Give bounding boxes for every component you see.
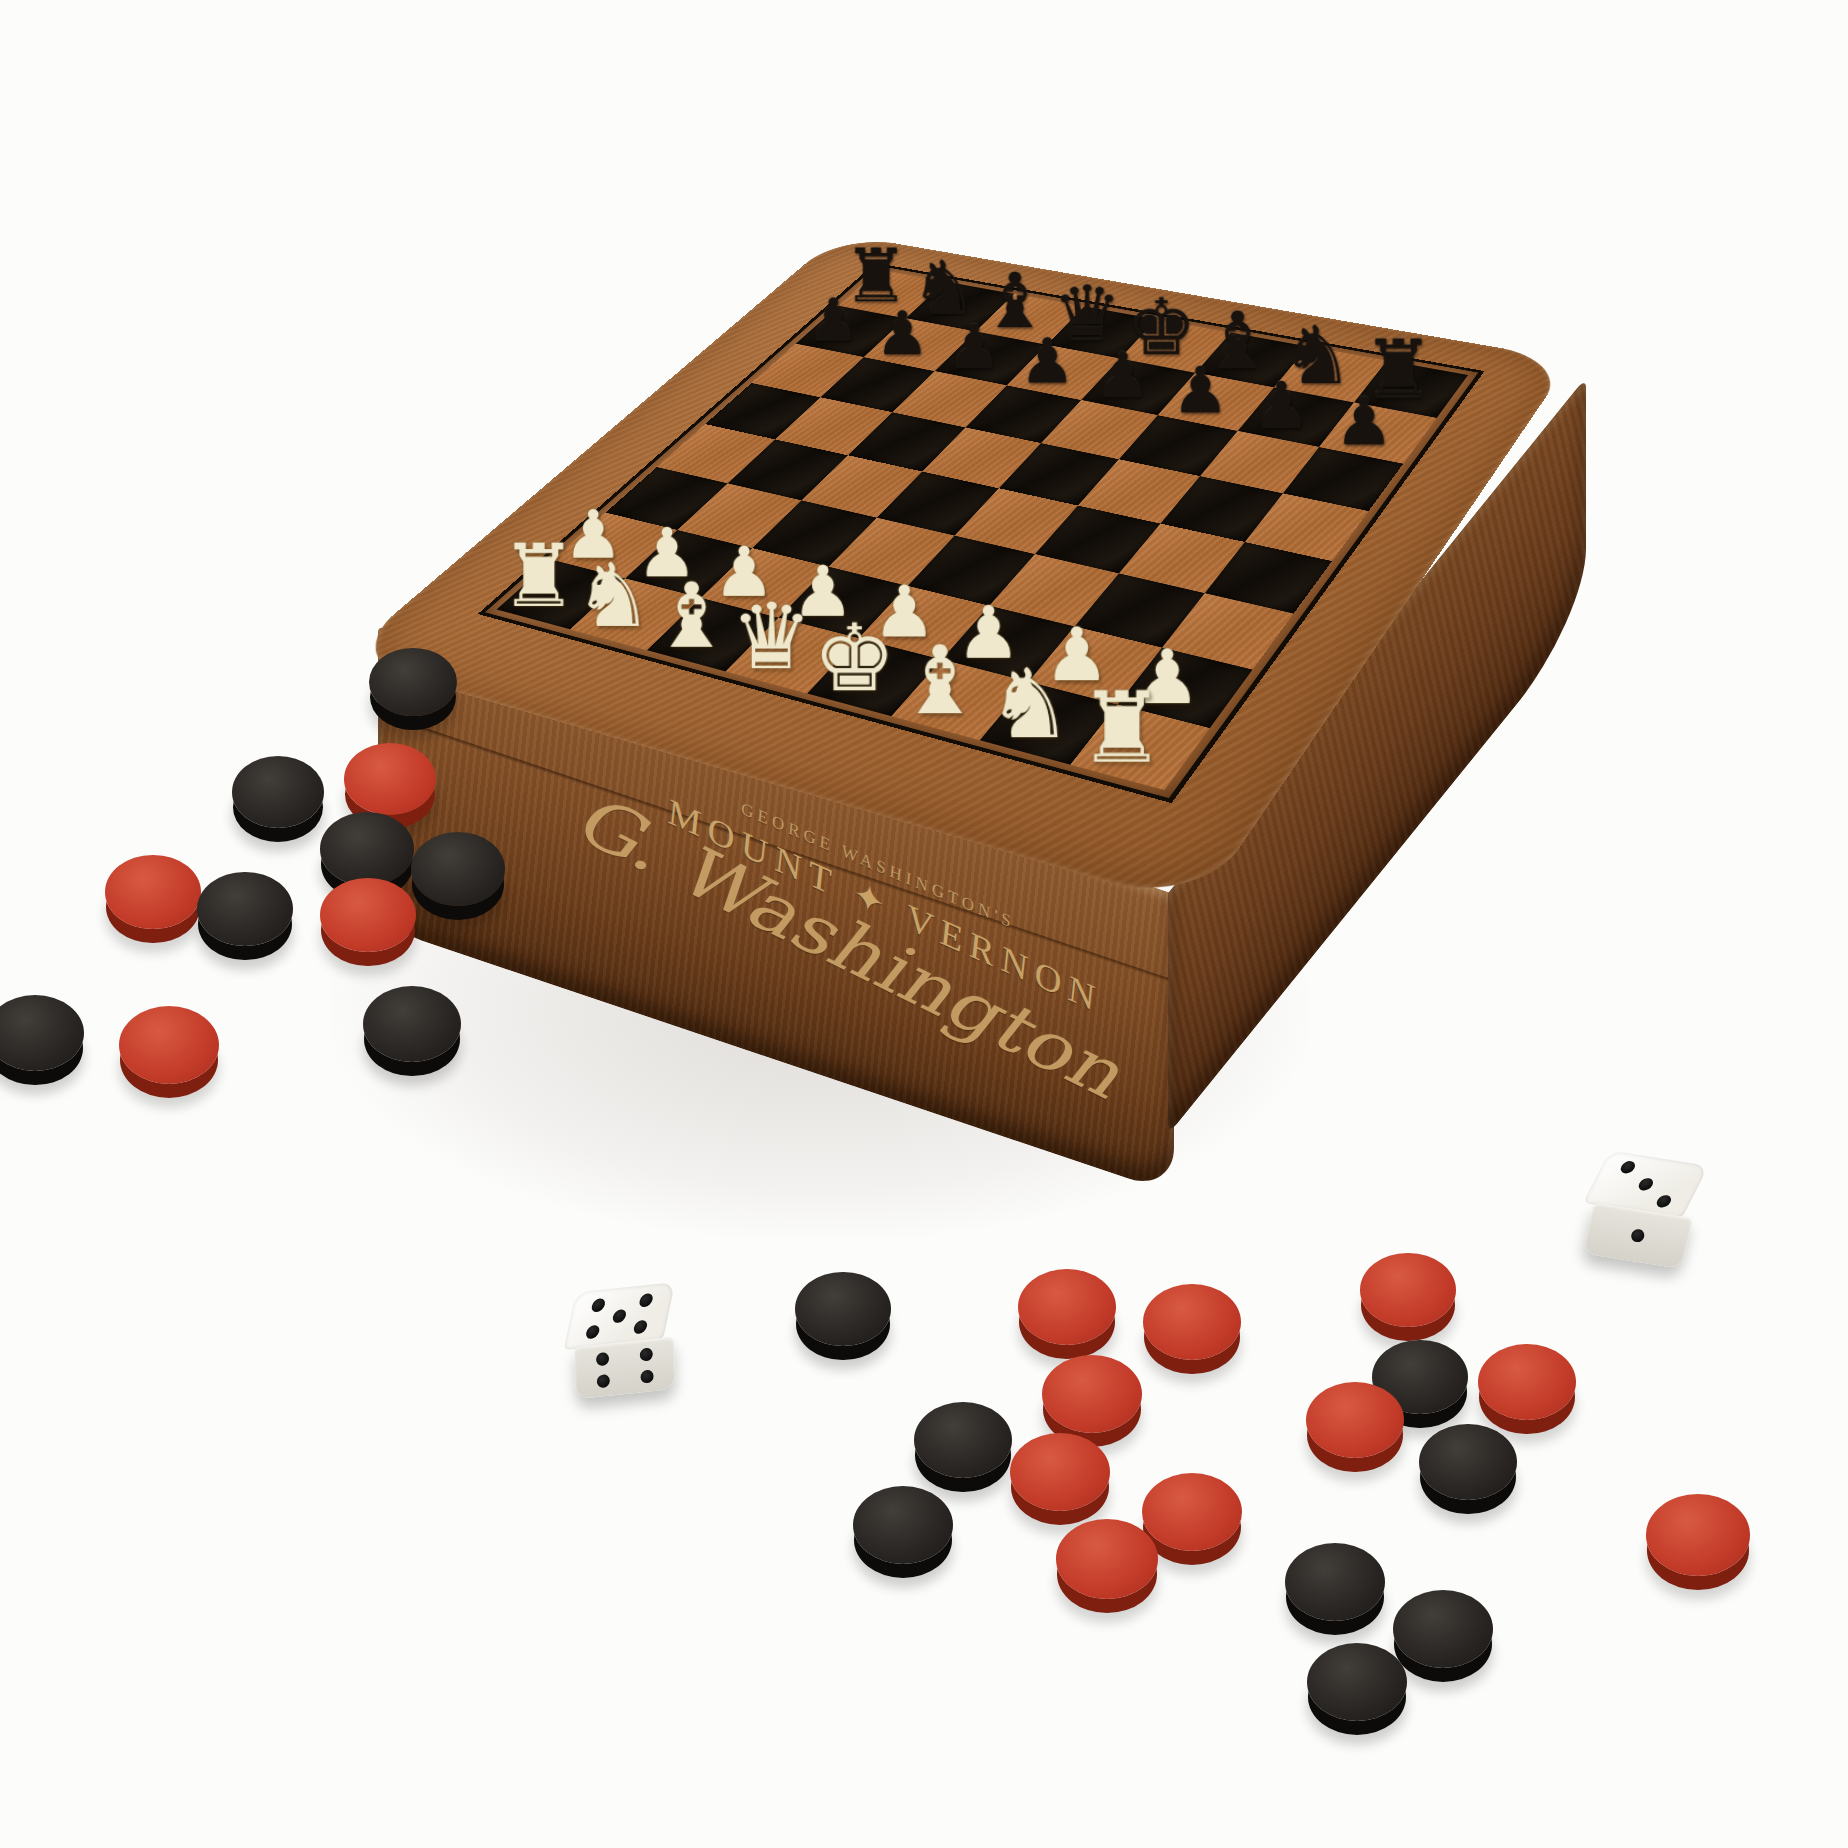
checker-red[interactable]	[320, 878, 416, 953]
die-pip	[1618, 1160, 1637, 1174]
checker-black[interactable]	[369, 648, 457, 717]
piece-black-pawn-g7[interactable]: ♟	[1237, 374, 1326, 439]
die-1-showing-5-4[interactable]	[567, 1283, 678, 1399]
checker-black[interactable]	[363, 986, 461, 1062]
checker-black[interactable]	[232, 756, 324, 828]
checker-red[interactable]	[119, 1006, 219, 1084]
checker-red[interactable]	[1010, 1433, 1110, 1511]
die-pip	[596, 1351, 609, 1365]
piece-white-rook-h1[interactable]: ♜	[1069, 679, 1174, 777]
die-pip	[612, 1309, 628, 1324]
piece-white-knight-g1[interactable]: ♞	[978, 656, 1082, 752]
checker-red[interactable]	[1143, 1284, 1241, 1360]
checker-black[interactable]	[1285, 1543, 1385, 1621]
piece-black-pawn-f7[interactable]: ♟	[1157, 359, 1244, 423]
checker-black[interactable]	[1393, 1590, 1493, 1668]
checker-black[interactable]	[1419, 1424, 1517, 1500]
die-face-4	[574, 1337, 675, 1400]
checker-black[interactable]	[853, 1486, 953, 1564]
piece-black-pawn-e7[interactable]: ♟	[1080, 345, 1166, 408]
die-pip	[640, 1370, 653, 1384]
checker-red[interactable]	[105, 855, 201, 930]
checker-red[interactable]	[1360, 1253, 1456, 1328]
checker-black[interactable]	[0, 995, 84, 1071]
checker-black[interactable]	[411, 832, 505, 905]
checker-black[interactable]	[914, 1402, 1012, 1478]
piece-black-pawn-d7[interactable]: ♟	[1005, 331, 1090, 393]
checker-red[interactable]	[1646, 1494, 1750, 1575]
piece-black-pawn-c7[interactable]: ♟	[932, 317, 1015, 378]
piece-black-pawn-h7[interactable]: ♟	[1319, 389, 1409, 455]
die-2-showing-3-1[interactable]	[1584, 1149, 1699, 1269]
die-pip	[1630, 1228, 1646, 1243]
checker-red[interactable]	[1018, 1269, 1116, 1345]
checker-red[interactable]	[344, 743, 436, 815]
checker-black[interactable]	[197, 872, 293, 947]
die-pip	[585, 1325, 601, 1340]
checker-red[interactable]	[1478, 1344, 1576, 1420]
die-pip	[597, 1374, 610, 1388]
die-pip	[632, 1320, 648, 1335]
die-pip	[638, 1292, 654, 1307]
checker-red[interactable]	[1056, 1519, 1158, 1599]
checker-black[interactable]	[1307, 1643, 1407, 1721]
checker-red[interactable]	[1306, 1382, 1404, 1458]
die-pip	[640, 1347, 653, 1361]
checker-black[interactable]	[795, 1272, 891, 1347]
checker-red[interactable]	[1042, 1355, 1142, 1433]
die-pip	[591, 1297, 607, 1312]
checker-black[interactable]	[320, 812, 414, 885]
piece-white-bishop-f1[interactable]: ♝	[889, 633, 991, 728]
checker-red[interactable]	[1142, 1473, 1242, 1551]
die-pip	[1636, 1177, 1655, 1191]
die-pip	[1654, 1194, 1673, 1208]
